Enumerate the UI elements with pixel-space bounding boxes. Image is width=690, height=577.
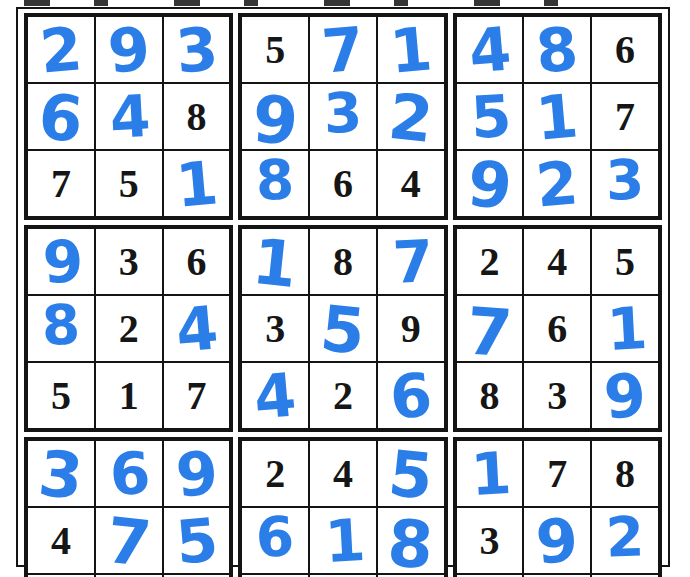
box-r1-c1: 187359426 [238, 225, 447, 432]
box-r2-c0: 369475182 [24, 437, 233, 577]
cell-r8-c3[interactable]: 5 [163, 507, 231, 574]
cell-r7-c8[interactable]: 7 [523, 440, 591, 507]
cell-r3-c3[interactable]: 1 [163, 150, 231, 217]
scanned-sudoku-page: 2936487515719328644865179239368245171873… [0, 0, 690, 577]
cell-r3-c1[interactable]: 7 [27, 150, 95, 217]
cell-r7-c1[interactable]: 3 [27, 440, 95, 507]
pen-digit: 1 [534, 85, 581, 148]
box-r0-c1: 571932864 [238, 13, 447, 220]
cell-r3-c2[interactable]: 5 [95, 150, 163, 217]
cell-r4-c5[interactable]: 8 [309, 228, 377, 295]
pen-digit: 5 [173, 509, 220, 572]
pen-digit: 5 [385, 442, 435, 509]
cell-r8-c6[interactable]: 8 [377, 507, 445, 574]
cell-r2-c5[interactable]: 3 [309, 83, 377, 150]
pen-digit: 7 [391, 231, 434, 291]
cell-r6-c1[interactable]: 5 [27, 362, 95, 429]
pen-digit: 2 [534, 152, 581, 215]
cell-r2-c7[interactable]: 5 [456, 83, 524, 150]
pen-digit: 5 [318, 297, 368, 364]
cell-r8-c2[interactable]: 7 [95, 507, 163, 574]
cell-r2-c3[interactable]: 8 [163, 83, 231, 150]
cell-r7-c5[interactable]: 4 [309, 440, 377, 507]
box-r0-c0: 293648751 [24, 13, 233, 220]
cell-r6-c7[interactable]: 8 [456, 362, 524, 429]
pen-digit: 4 [466, 18, 513, 81]
pen-digit: 4 [252, 364, 299, 427]
pen-digit: 1 [250, 230, 300, 297]
cell-r5-c5[interactable]: 5 [309, 295, 377, 362]
pen-digit: 9 [534, 509, 581, 572]
cell-r1-c5[interactable]: 7 [309, 16, 377, 83]
pen-digit: 6 [255, 509, 295, 565]
pen-digit: 4 [173, 297, 220, 360]
cell-r7-c6[interactable]: 5 [377, 440, 445, 507]
cell-r5-c9[interactable]: 1 [591, 295, 659, 362]
given-digit: 7 [547, 454, 567, 494]
pen-digit: 8 [41, 297, 81, 353]
given-digit: 3 [480, 521, 500, 561]
given-digit: 8 [333, 242, 353, 282]
cell-r2-c4[interactable]: 9 [241, 83, 309, 150]
given-digit: 4 [401, 164, 421, 204]
box-r2-c2: 178392654 [453, 437, 662, 577]
given-digit: 8 [480, 376, 500, 416]
cell-r4-c7[interactable]: 2 [456, 228, 524, 295]
cell-r5-c1[interactable]: 8 [27, 295, 95, 362]
pen-digit: 5 [470, 86, 513, 146]
given-digit: 3 [547, 376, 567, 416]
pen-digit: 9 [464, 152, 514, 219]
pen-digit: 7 [320, 18, 367, 81]
given-digit: 8 [186, 97, 206, 137]
pen-digit: 1 [387, 18, 434, 81]
pen-digit: 6 [36, 85, 86, 152]
cell-r1-c1[interactable]: 2 [27, 16, 95, 83]
given-digit: 4 [333, 454, 353, 494]
given-digit: 6 [547, 309, 567, 349]
given-digit: 6 [186, 242, 206, 282]
pen-digit: 3 [173, 18, 220, 81]
pen-digit: 3 [36, 442, 86, 509]
pen-digit: 6 [387, 364, 434, 427]
cell-r8-c1[interactable]: 4 [27, 507, 95, 574]
box-r0-c2: 486517923 [453, 13, 662, 220]
cell-r4-c8[interactable]: 4 [523, 228, 591, 295]
given-digit: 7 [51, 164, 71, 204]
cell-r2-c2[interactable]: 4 [95, 83, 163, 150]
pen-digit: 1 [323, 510, 366, 570]
pen-digit: 1 [173, 152, 220, 215]
pen-digit: 4 [109, 86, 152, 146]
cell-r3-c9[interactable]: 3 [591, 150, 659, 217]
cell-r2-c9[interactable]: 7 [591, 83, 659, 150]
given-digit: 2 [119, 309, 139, 349]
given-digit: 5 [51, 376, 71, 416]
cell-r5-c7[interactable]: 7 [456, 295, 524, 362]
cell-r3-c8[interactable]: 2 [523, 150, 591, 217]
cell-r8-c4[interactable]: 6 [241, 507, 309, 574]
cell-r7-c2[interactable]: 6 [95, 440, 163, 507]
pen-digit: 8 [534, 18, 581, 81]
given-digit: 2 [265, 454, 285, 494]
cell-r1-c4[interactable]: 5 [241, 16, 309, 83]
cell-r5-c8[interactable]: 6 [523, 295, 591, 362]
pen-digit: 9 [173, 442, 220, 505]
given-digit: 9 [401, 309, 421, 349]
pen-digit: 3 [605, 152, 645, 208]
box-r1-c0: 936824517 [24, 225, 233, 432]
cell-r3-c6[interactable]: 4 [377, 150, 445, 217]
pen-digit: 9 [105, 18, 152, 81]
cell-r6-c6[interactable]: 6 [377, 362, 445, 429]
cell-r6-c8[interactable]: 3 [523, 362, 591, 429]
box-r2-c1: 245618793 [238, 437, 447, 577]
cell-r8-c7[interactable]: 3 [456, 507, 524, 574]
given-digit: 7 [186, 376, 206, 416]
given-digit: 6 [615, 30, 635, 70]
cell-r7-c3[interactable]: 9 [163, 440, 231, 507]
pen-digit: 6 [109, 443, 152, 503]
box-r1-c2: 245761839 [453, 225, 662, 432]
cell-r4-c9[interactable]: 5 [591, 228, 659, 295]
cell-r2-c6[interactable]: 2 [377, 83, 445, 150]
pen-digit: 3 [323, 85, 363, 141]
cell-r8-c9[interactable]: 2 [591, 507, 659, 574]
cell-r4-c6[interactable]: 7 [377, 228, 445, 295]
scan-artifact-dashes [24, 0, 584, 6]
cell-r6-c3[interactable]: 7 [163, 362, 231, 429]
given-digit: 7 [615, 97, 635, 137]
cell-r6-c2[interactable]: 1 [95, 362, 163, 429]
cell-r2-c1[interactable]: 6 [27, 83, 95, 150]
cell-r4-c1[interactable]: 9 [27, 228, 95, 295]
cell-r6-c9[interactable]: 9 [591, 362, 659, 429]
cell-r5-c4[interactable]: 3 [241, 295, 309, 362]
pen-digit: 2 [605, 509, 645, 565]
pen-digit: 2 [385, 85, 435, 152]
pen-digit: 8 [255, 152, 295, 208]
cell-r6-c4[interactable]: 4 [241, 362, 309, 429]
given-digit: 2 [333, 376, 353, 416]
given-digit: 2 [480, 242, 500, 282]
pen-digit: 1 [605, 298, 648, 358]
cell-r3-c5[interactable]: 6 [309, 150, 377, 217]
cell-r5-c2[interactable]: 2 [95, 295, 163, 362]
cell-r7-c9[interactable]: 8 [591, 440, 659, 507]
pen-digit: 2 [37, 18, 84, 81]
given-digit: 3 [119, 242, 139, 282]
cell-r7-c7[interactable]: 1 [456, 440, 524, 507]
cell-r8-c5[interactable]: 1 [309, 507, 377, 574]
cell-r7-c4[interactable]: 2 [241, 440, 309, 507]
given-digit: 1 [119, 376, 139, 416]
given-digit: 4 [51, 521, 71, 561]
cell-r3-c7[interactable]: 9 [456, 150, 524, 217]
pen-digit: 9 [41, 231, 84, 291]
given-digit: 5 [615, 242, 635, 282]
cell-r4-c2[interactable]: 3 [95, 228, 163, 295]
given-digit: 3 [265, 309, 285, 349]
given-digit: 4 [547, 242, 567, 282]
cell-r1-c9[interactable]: 6 [591, 16, 659, 83]
given-digit: 8 [615, 454, 635, 494]
cell-r1-c6[interactable]: 1 [377, 16, 445, 83]
pen-digit: 7 [464, 298, 514, 366]
pen-digit: 9 [250, 86, 300, 154]
pen-digit: 7 [103, 509, 153, 576]
cell-r1-c8[interactable]: 8 [523, 16, 591, 83]
pen-digit: 1 [470, 443, 513, 503]
cell-r5-c6[interactable]: 9 [377, 295, 445, 362]
sudoku-board: 2936487515719328644865179239368245171873… [24, 13, 662, 561]
cell-r1-c3[interactable]: 3 [163, 16, 231, 83]
cell-r1-c7[interactable]: 4 [456, 16, 524, 83]
outer-page-border: 2936487515719328644865179239368245171873… [16, 7, 670, 567]
given-digit: 5 [119, 164, 139, 204]
pen-digit: 9 [602, 364, 649, 427]
pen-digit: 8 [386, 510, 436, 577]
cell-r3-c4[interactable]: 8 [241, 150, 309, 217]
cell-r5-c3[interactable]: 4 [163, 295, 231, 362]
cell-r1-c2[interactable]: 9 [95, 16, 163, 83]
cell-r6-c5[interactable]: 2 [309, 362, 377, 429]
cell-r4-c4[interactable]: 1 [241, 228, 309, 295]
given-digit: 6 [333, 164, 353, 204]
given-digit: 5 [265, 30, 285, 70]
cell-r4-c3[interactable]: 6 [163, 228, 231, 295]
cell-r8-c8[interactable]: 9 [523, 507, 591, 574]
cell-r2-c8[interactable]: 1 [523, 83, 591, 150]
